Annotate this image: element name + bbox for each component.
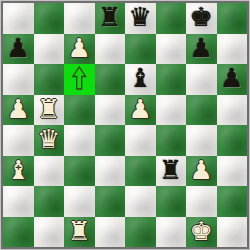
square-h6[interactable]: ♟: [217, 64, 248, 95]
last-move-arrow-icon: [64, 64, 95, 95]
white-king: ♚: [190, 218, 213, 244]
square-d2[interactable]: [95, 186, 126, 217]
board-squares: ♜♛♚♟♟♟♝♟♟♜♟♛♝♜♟♜♚: [3, 3, 247, 247]
square-c5[interactable]: [64, 95, 95, 126]
black-king: ♚: [190, 4, 213, 30]
square-f6[interactable]: [156, 64, 187, 95]
square-e8[interactable]: ♛: [125, 3, 156, 34]
square-d5[interactable]: [95, 95, 126, 126]
square-a1[interactable]: [3, 217, 34, 248]
square-f3[interactable]: ♜: [156, 156, 187, 187]
white-rook: ♜: [37, 96, 60, 122]
square-d6[interactable]: [95, 64, 126, 95]
white-rook: ♜: [68, 218, 91, 244]
square-b1[interactable]: [34, 217, 65, 248]
square-e7[interactable]: [125, 34, 156, 65]
square-h8[interactable]: [217, 3, 248, 34]
white-pawn: ♟: [7, 96, 30, 122]
square-c3[interactable]: [64, 156, 95, 187]
square-h3[interactable]: [217, 156, 248, 187]
square-d7[interactable]: [95, 34, 126, 65]
square-a3[interactable]: ♝: [3, 156, 34, 187]
square-c6[interactable]: [64, 64, 95, 95]
square-g8[interactable]: ♚: [186, 3, 217, 34]
white-queen: ♛: [37, 126, 60, 152]
square-g2[interactable]: [186, 186, 217, 217]
square-a2[interactable]: [3, 186, 34, 217]
black-pawn: ♟: [7, 35, 30, 61]
square-a8[interactable]: [3, 3, 34, 34]
square-g1[interactable]: ♚: [186, 217, 217, 248]
square-f8[interactable]: [156, 3, 187, 34]
white-pawn: ♟: [68, 35, 91, 61]
square-c7[interactable]: ♟: [64, 34, 95, 65]
square-b2[interactable]: [34, 186, 65, 217]
square-g4[interactable]: [186, 125, 217, 156]
black-queen: ♛: [129, 4, 152, 30]
square-d3[interactable]: [95, 156, 126, 187]
square-f1[interactable]: [156, 217, 187, 248]
square-g5[interactable]: [186, 95, 217, 126]
square-b4[interactable]: ♛: [34, 125, 65, 156]
square-a6[interactable]: [3, 64, 34, 95]
square-g6[interactable]: [186, 64, 217, 95]
square-a5[interactable]: ♟: [3, 95, 34, 126]
square-e3[interactable]: [125, 156, 156, 187]
white-pawn: ♟: [190, 157, 213, 183]
square-e4[interactable]: [125, 125, 156, 156]
square-c1[interactable]: ♜: [64, 217, 95, 248]
square-e2[interactable]: [125, 186, 156, 217]
square-f2[interactable]: [156, 186, 187, 217]
square-c2[interactable]: [64, 186, 95, 217]
black-pawn: ♟: [220, 65, 243, 91]
square-c8[interactable]: [64, 3, 95, 34]
square-h5[interactable]: [217, 95, 248, 126]
square-g7[interactable]: ♟: [186, 34, 217, 65]
square-h2[interactable]: [217, 186, 248, 217]
square-e6[interactable]: ♝: [125, 64, 156, 95]
square-h7[interactable]: [217, 34, 248, 65]
square-a4[interactable]: [3, 125, 34, 156]
square-c4[interactable]: [64, 125, 95, 156]
square-h1[interactable]: [217, 217, 248, 248]
square-b3[interactable]: [34, 156, 65, 187]
square-a7[interactable]: ♟: [3, 34, 34, 65]
black-rook: ♜: [159, 157, 182, 183]
square-b5[interactable]: ♜: [34, 95, 65, 126]
square-f5[interactable]: [156, 95, 187, 126]
square-h4[interactable]: [217, 125, 248, 156]
square-d4[interactable]: [95, 125, 126, 156]
square-d8[interactable]: ♜: [95, 3, 126, 34]
square-b8[interactable]: [34, 3, 65, 34]
square-g3[interactable]: ♟: [186, 156, 217, 187]
white-bishop: ♝: [7, 157, 30, 183]
chess-board: ♜♛♚♟♟♟♝♟♟♜♟♛♝♜♟♜♚: [0, 0, 250, 250]
square-f7[interactable]: [156, 34, 187, 65]
square-f4[interactable]: [156, 125, 187, 156]
black-bishop: ♝: [129, 65, 152, 91]
square-b6[interactable]: [34, 64, 65, 95]
square-e1[interactable]: [125, 217, 156, 248]
black-pawn: ♟: [190, 35, 213, 61]
square-d1[interactable]: [95, 217, 126, 248]
black-rook: ♜: [98, 4, 121, 30]
square-e5[interactable]: ♟: [125, 95, 156, 126]
white-pawn: ♟: [129, 96, 152, 122]
square-b7[interactable]: [34, 34, 65, 65]
